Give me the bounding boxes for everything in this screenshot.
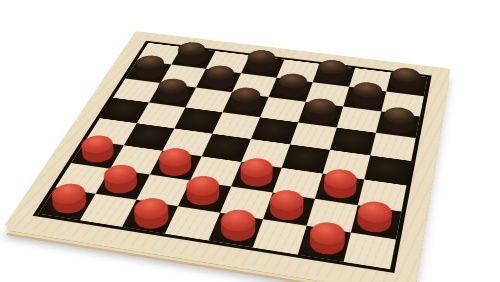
square-g2[interactable] <box>343 87 386 112</box>
checker-piece-brown[interactable] <box>276 81 309 99</box>
product-photo-scene <box>0 0 500 282</box>
checker-piece-brown[interactable] <box>382 115 415 135</box>
square-h8[interactable] <box>344 233 396 270</box>
square-g8[interactable] <box>298 226 351 262</box>
checker-piece-red[interactable] <box>131 205 173 230</box>
checker-piece-red[interactable] <box>156 155 195 177</box>
checker-piece-red[interactable] <box>307 229 347 256</box>
checker-piece-red[interactable] <box>267 197 306 222</box>
playing-area <box>33 41 432 273</box>
square-h3[interactable] <box>376 112 420 139</box>
square-g3[interactable] <box>337 107 382 133</box>
checker-piece-red[interactable] <box>78 143 118 165</box>
checker-piece-red[interactable] <box>183 183 223 207</box>
checker-piece-red[interactable] <box>238 166 276 189</box>
checker-piece-brown[interactable] <box>304 106 338 125</box>
checker-piece-brown[interactable] <box>351 89 383 108</box>
square-e4[interactable] <box>251 117 298 144</box>
checker-piece-red[interactable] <box>355 209 393 235</box>
checker-piece-brown[interactable] <box>390 75 421 93</box>
checker-piece-brown[interactable] <box>175 49 208 65</box>
checker-piece-red[interactable] <box>218 217 259 243</box>
checker-piece-red[interactable] <box>322 176 359 200</box>
square-b5[interactable] <box>124 123 174 151</box>
checker-piece-brown[interactable] <box>245 57 277 74</box>
square-h4[interactable] <box>370 133 415 161</box>
checker-piece-brown[interactable] <box>155 86 190 104</box>
checker-piece-brown[interactable] <box>203 73 237 91</box>
checkers-board <box>4 31 450 282</box>
square-a4[interactable] <box>100 98 149 124</box>
checker-piece-red[interactable] <box>100 172 141 195</box>
square-a8[interactable] <box>38 188 95 221</box>
checker-piece-brown[interactable] <box>316 67 348 84</box>
checker-piece-brown[interactable] <box>229 95 264 114</box>
